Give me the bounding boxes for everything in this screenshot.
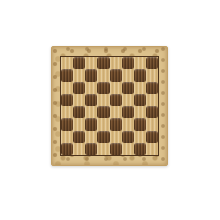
board-squares xyxy=(60,56,159,156)
square-e8 xyxy=(110,57,122,69)
square-h6 xyxy=(146,82,158,94)
square-c6 xyxy=(85,82,97,94)
square-c3 xyxy=(85,118,97,130)
square-f3 xyxy=(122,118,134,130)
square-d8 xyxy=(97,57,109,69)
square-b6 xyxy=(73,82,85,94)
square-a2 xyxy=(61,131,73,143)
square-a4 xyxy=(61,106,73,118)
square-h3 xyxy=(146,118,158,130)
square-d3 xyxy=(97,118,109,130)
square-a1 xyxy=(61,143,73,155)
square-g2 xyxy=(134,131,146,143)
square-b7 xyxy=(73,69,85,81)
square-c8 xyxy=(85,57,97,69)
square-b8 xyxy=(73,57,85,69)
square-d5 xyxy=(97,94,109,106)
square-c4 xyxy=(85,106,97,118)
square-e3 xyxy=(110,118,122,130)
square-b5 xyxy=(73,94,85,106)
product-photo xyxy=(0,0,220,220)
square-h5 xyxy=(146,94,158,106)
square-e5 xyxy=(110,94,122,106)
square-e2 xyxy=(110,131,122,143)
square-b2 xyxy=(73,131,85,143)
square-c1 xyxy=(85,143,97,155)
square-e7 xyxy=(110,69,122,81)
square-h7 xyxy=(146,69,158,81)
square-e1 xyxy=(110,143,122,155)
square-g4 xyxy=(134,106,146,118)
square-b4 xyxy=(73,106,85,118)
square-h4 xyxy=(146,106,158,118)
square-h2 xyxy=(146,131,158,143)
square-f6 xyxy=(122,82,134,94)
square-d2 xyxy=(97,131,109,143)
square-f4 xyxy=(122,106,134,118)
square-e4 xyxy=(110,106,122,118)
square-d4 xyxy=(97,106,109,118)
square-c2 xyxy=(85,131,97,143)
square-a5 xyxy=(61,94,73,106)
chess-board xyxy=(51,46,168,166)
square-a3 xyxy=(61,118,73,130)
square-f2 xyxy=(122,131,134,143)
square-f7 xyxy=(122,69,134,81)
square-c5 xyxy=(85,94,97,106)
square-d6 xyxy=(97,82,109,94)
square-f5 xyxy=(122,94,134,106)
square-g1 xyxy=(134,143,146,155)
square-a7 xyxy=(61,69,73,81)
square-b1 xyxy=(73,143,85,155)
square-g5 xyxy=(134,94,146,106)
square-g7 xyxy=(134,69,146,81)
square-e6 xyxy=(110,82,122,94)
square-a6 xyxy=(61,82,73,94)
square-d1 xyxy=(97,143,109,155)
square-g6 xyxy=(134,82,146,94)
square-g8 xyxy=(134,57,146,69)
square-h8 xyxy=(146,57,158,69)
square-f1 xyxy=(122,143,134,155)
square-b3 xyxy=(73,118,85,130)
square-d7 xyxy=(97,69,109,81)
square-c7 xyxy=(85,69,97,81)
square-f8 xyxy=(122,57,134,69)
square-g3 xyxy=(134,118,146,130)
square-h1 xyxy=(146,143,158,155)
square-a8 xyxy=(61,57,73,69)
